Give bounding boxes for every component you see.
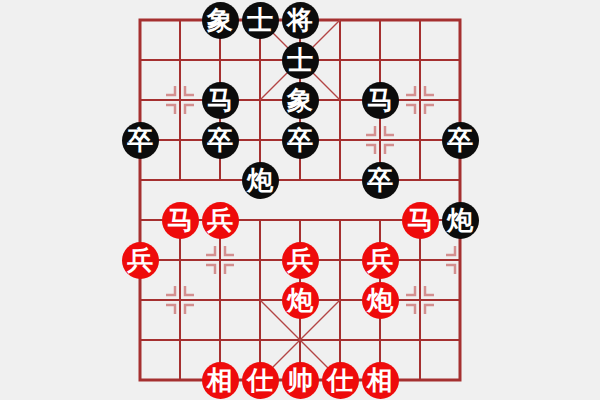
piece-black-pawn[interactable]: 卒	[202, 122, 239, 159]
piece-black-advisor[interactable]: 士	[282, 42, 319, 79]
xiangqi-board: 象士将士马象马卒卒卒卒炮卒马兵马炮兵兵兵炮炮相仕帅仕相	[0, 0, 600, 400]
piece-red-cannon[interactable]: 炮	[282, 282, 319, 319]
piece-red-cannon[interactable]: 炮	[362, 282, 399, 319]
piece-red-pawn[interactable]: 兵	[282, 242, 319, 279]
piece-red-general[interactable]: 帅	[282, 362, 319, 399]
piece-red-elephant[interactable]: 相	[202, 362, 239, 399]
piece-black-pawn[interactable]: 卒	[282, 122, 319, 159]
piece-black-pawn[interactable]: 卒	[442, 122, 479, 159]
piece-black-advisor[interactable]: 士	[242, 2, 279, 39]
piece-black-cannon[interactable]: 炮	[242, 162, 279, 199]
piece-red-advisor[interactable]: 仕	[322, 362, 359, 399]
piece-red-horse[interactable]: 马	[162, 202, 199, 239]
piece-red-pawn[interactable]: 兵	[202, 202, 239, 239]
piece-red-advisor[interactable]: 仕	[242, 362, 279, 399]
piece-red-horse[interactable]: 马	[402, 202, 439, 239]
piece-black-horse[interactable]: 马	[362, 82, 399, 119]
piece-black-pawn[interactable]: 卒	[362, 162, 399, 199]
piece-black-horse[interactable]: 马	[202, 82, 239, 119]
piece-black-general[interactable]: 将	[282, 2, 319, 39]
pieces-layer: 象士将士马象马卒卒卒卒炮卒马兵马炮兵兵兵炮炮相仕帅仕相	[120, 0, 480, 400]
piece-black-cannon[interactable]: 炮	[442, 202, 479, 239]
piece-black-pawn[interactable]: 卒	[122, 122, 159, 159]
piece-red-pawn[interactable]: 兵	[122, 242, 159, 279]
piece-black-elephant[interactable]: 象	[282, 82, 319, 119]
piece-red-pawn[interactable]: 兵	[362, 242, 399, 279]
piece-red-elephant[interactable]: 相	[362, 362, 399, 399]
piece-black-elephant[interactable]: 象	[202, 2, 239, 39]
